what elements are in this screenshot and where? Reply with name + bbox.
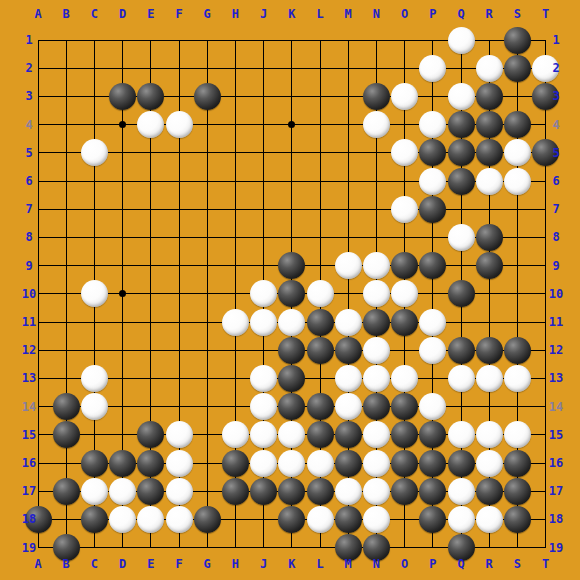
- stone-white-C14[interactable]: [81, 393, 108, 420]
- stone-black-J17[interactable]: [250, 478, 277, 505]
- stone-white-J11[interactable]: [250, 309, 277, 336]
- coordinate-label-right-15: 15: [549, 428, 563, 442]
- stone-black-O14[interactable]: [391, 393, 418, 420]
- stone-white-N9[interactable]: [363, 252, 390, 279]
- stone-black-M12[interactable]: [335, 337, 362, 364]
- coordinate-label-left-12: 12: [22, 343, 36, 357]
- stone-white-Q13[interactable]: [448, 365, 475, 392]
- stone-black-L11[interactable]: [307, 309, 334, 336]
- stone-black-H17[interactable]: [222, 478, 249, 505]
- stone-white-F18[interactable]: [166, 506, 193, 533]
- stone-black-P17[interactable]: [419, 478, 446, 505]
- stone-black-R8[interactable]: [476, 224, 503, 251]
- stone-white-Q18[interactable]: [448, 506, 475, 533]
- coordinate-label-left-11: 11: [22, 315, 36, 329]
- coordinate-label-bottom-D: D: [119, 557, 126, 571]
- coordinate-label-left-16: 16: [22, 456, 36, 470]
- stone-white-O3[interactable]: [391, 83, 418, 110]
- coordinate-label-left-15: 15: [22, 428, 36, 442]
- coordinate-label-right-1: 1: [552, 33, 559, 47]
- coordinate-label-top-K: K: [288, 7, 295, 21]
- stone-white-D18[interactable]: [109, 506, 136, 533]
- stone-black-E3[interactable]: [137, 83, 164, 110]
- stone-black-P16[interactable]: [419, 450, 446, 477]
- coordinate-label-top-S: S: [514, 7, 521, 21]
- stone-black-Q5[interactable]: [448, 139, 475, 166]
- stone-black-B17[interactable]: [53, 478, 80, 505]
- stone-black-E15[interactable]: [137, 421, 164, 448]
- stone-white-P11[interactable]: [419, 309, 446, 336]
- stone-black-O15[interactable]: [391, 421, 418, 448]
- board-grid-line-vertical: [545, 40, 546, 548]
- stone-black-R9[interactable]: [476, 252, 503, 279]
- coordinate-label-bottom-E: E: [147, 557, 154, 571]
- coordinate-label-top-B: B: [63, 7, 70, 21]
- stone-black-M16[interactable]: [335, 450, 362, 477]
- coordinate-label-right-13: 13: [549, 371, 563, 385]
- stone-black-M15[interactable]: [335, 421, 362, 448]
- stone-black-R4[interactable]: [476, 111, 503, 138]
- stone-black-Q12[interactable]: [448, 337, 475, 364]
- coordinate-label-right-11: 11: [549, 315, 563, 329]
- stone-black-L14[interactable]: [307, 393, 334, 420]
- stone-white-R15[interactable]: [476, 421, 503, 448]
- coordinate-label-top-O: O: [401, 7, 408, 21]
- coordinate-label-right-5: 5: [552, 146, 559, 160]
- stone-black-M18[interactable]: [335, 506, 362, 533]
- stone-white-S6[interactable]: [504, 168, 531, 195]
- coordinate-label-top-P: P: [429, 7, 436, 21]
- coordinate-label-bottom-R: R: [486, 557, 493, 571]
- stone-white-N10[interactable]: [363, 280, 390, 307]
- coordinate-label-bottom-Q: Q: [457, 557, 464, 571]
- coordinate-label-top-N: N: [373, 7, 380, 21]
- stone-white-O10[interactable]: [391, 280, 418, 307]
- coordinate-label-right-9: 9: [552, 259, 559, 273]
- stone-white-O7[interactable]: [391, 196, 418, 223]
- stone-black-P15[interactable]: [419, 421, 446, 448]
- coordinate-label-right-17: 17: [549, 484, 563, 498]
- stone-black-Q6[interactable]: [448, 168, 475, 195]
- coordinate-label-right-7: 7: [552, 202, 559, 216]
- stone-white-H11[interactable]: [222, 309, 249, 336]
- stone-white-J15[interactable]: [250, 421, 277, 448]
- stone-white-P2[interactable]: [419, 55, 446, 82]
- stone-white-R2[interactable]: [476, 55, 503, 82]
- stone-white-N12[interactable]: [363, 337, 390, 364]
- stone-white-M11[interactable]: [335, 309, 362, 336]
- stone-white-S15[interactable]: [504, 421, 531, 448]
- stone-black-R5[interactable]: [476, 139, 503, 166]
- coordinate-label-left-19: 19: [22, 541, 36, 555]
- stone-black-K18[interactable]: [278, 506, 305, 533]
- coordinate-label-bottom-M: M: [345, 557, 352, 571]
- coordinate-label-left-8: 8: [25, 230, 32, 244]
- coordinate-label-top-D: D: [119, 7, 126, 21]
- stone-black-L17[interactable]: [307, 478, 334, 505]
- stone-white-J14[interactable]: [250, 393, 277, 420]
- stone-white-Q3[interactable]: [448, 83, 475, 110]
- coordinate-label-left-13: 13: [22, 371, 36, 385]
- coordinate-label-top-R: R: [486, 7, 493, 21]
- coordinate-label-right-3: 3: [552, 89, 559, 103]
- coordinate-label-bottom-F: F: [175, 557, 182, 571]
- coordinate-label-bottom-H: H: [232, 557, 239, 571]
- stone-black-K17[interactable]: [278, 478, 305, 505]
- stone-black-S18[interactable]: [504, 506, 531, 533]
- stone-black-L12[interactable]: [307, 337, 334, 364]
- coordinate-label-right-2: 2: [552, 61, 559, 75]
- coordinate-label-bottom-P: P: [429, 557, 436, 571]
- stone-black-P5[interactable]: [419, 139, 446, 166]
- stone-white-F17[interactable]: [166, 478, 193, 505]
- stone-white-R18[interactable]: [476, 506, 503, 533]
- stone-white-M13[interactable]: [335, 365, 362, 392]
- hoshi-K4: [288, 121, 295, 128]
- coordinate-label-right-16: 16: [549, 456, 563, 470]
- stone-black-K9[interactable]: [278, 252, 305, 279]
- coordinate-label-top-H: H: [232, 7, 239, 21]
- coordinate-label-bottom-S: S: [514, 557, 521, 571]
- stone-black-H16[interactable]: [222, 450, 249, 477]
- stone-black-S16[interactable]: [504, 450, 531, 477]
- stone-black-C16[interactable]: [81, 450, 108, 477]
- stone-black-D3[interactable]: [109, 83, 136, 110]
- stone-black-C18[interactable]: [81, 506, 108, 533]
- coordinate-label-bottom-L: L: [316, 557, 323, 571]
- stone-white-M17[interactable]: [335, 478, 362, 505]
- coordinate-label-bottom-N: N: [373, 557, 380, 571]
- coordinate-label-left-10: 10: [22, 287, 36, 301]
- coordinate-label-left-1: 1: [25, 33, 32, 47]
- stone-white-N15[interactable]: [363, 421, 390, 448]
- stone-white-Q8[interactable]: [448, 224, 475, 251]
- coordinate-label-right-8: 8: [552, 230, 559, 244]
- stone-black-S17[interactable]: [504, 478, 531, 505]
- stone-white-C5[interactable]: [81, 139, 108, 166]
- stone-black-N3[interactable]: [363, 83, 390, 110]
- stone-black-G3[interactable]: [194, 83, 221, 110]
- stone-white-C13[interactable]: [81, 365, 108, 392]
- stone-black-P18[interactable]: [419, 506, 446, 533]
- coordinate-label-top-J: J: [260, 7, 267, 21]
- stone-white-F15[interactable]: [166, 421, 193, 448]
- stone-white-E4[interactable]: [137, 111, 164, 138]
- stone-black-P9[interactable]: [419, 252, 446, 279]
- stone-white-P12[interactable]: [419, 337, 446, 364]
- stone-black-D16[interactable]: [109, 450, 136, 477]
- stone-black-K10[interactable]: [278, 280, 305, 307]
- stone-white-L10[interactable]: [307, 280, 334, 307]
- stone-white-Q1[interactable]: [448, 27, 475, 54]
- coordinate-label-top-Q: Q: [457, 7, 464, 21]
- stone-black-Q4[interactable]: [448, 111, 475, 138]
- stone-black-P7[interactable]: [419, 196, 446, 223]
- stone-black-K14[interactable]: [278, 393, 305, 420]
- go-board: AABBCCDDEEFFGGHHJJKKLLMMNNOOPPQQRRSSTT11…: [0, 0, 580, 580]
- coordinate-label-top-G: G: [204, 7, 211, 21]
- stone-white-M14[interactable]: [335, 393, 362, 420]
- stone-white-E18[interactable]: [137, 506, 164, 533]
- stone-black-R17[interactable]: [476, 478, 503, 505]
- stone-white-L18[interactable]: [307, 506, 334, 533]
- hoshi-D4: [119, 121, 126, 128]
- coordinate-label-right-4: 4: [552, 118, 559, 132]
- coordinate-label-left-18: 18: [22, 512, 36, 526]
- coordinate-label-bottom-C: C: [91, 557, 98, 571]
- stone-white-F16[interactable]: [166, 450, 193, 477]
- stone-white-D17[interactable]: [109, 478, 136, 505]
- coordinate-label-right-12: 12: [549, 343, 563, 357]
- stone-white-N16[interactable]: [363, 450, 390, 477]
- stone-black-S4[interactable]: [504, 111, 531, 138]
- stone-black-E17[interactable]: [137, 478, 164, 505]
- coordinate-label-right-14: 14: [549, 400, 563, 414]
- coordinate-label-right-19: 19: [549, 541, 563, 555]
- stone-white-N17[interactable]: [363, 478, 390, 505]
- stone-white-N18[interactable]: [363, 506, 390, 533]
- stone-white-C10[interactable]: [81, 280, 108, 307]
- coordinate-label-right-10: 10: [549, 287, 563, 301]
- stone-black-S12[interactable]: [504, 337, 531, 364]
- stone-black-R3[interactable]: [476, 83, 503, 110]
- coordinate-label-left-3: 3: [25, 89, 32, 103]
- coordinate-label-bottom-A: A: [34, 557, 41, 571]
- stone-white-R13[interactable]: [476, 365, 503, 392]
- stone-white-J10[interactable]: [250, 280, 277, 307]
- stone-white-R6[interactable]: [476, 168, 503, 195]
- stone-black-Q16[interactable]: [448, 450, 475, 477]
- coordinate-label-right-6: 6: [552, 174, 559, 188]
- stone-white-Q17[interactable]: [448, 478, 475, 505]
- stone-white-N4[interactable]: [363, 111, 390, 138]
- coordinate-label-top-E: E: [147, 7, 154, 21]
- coordinate-label-left-9: 9: [25, 259, 32, 273]
- stone-black-S1[interactable]: [504, 27, 531, 54]
- stone-black-E16[interactable]: [137, 450, 164, 477]
- stone-white-O5[interactable]: [391, 139, 418, 166]
- stone-black-O9[interactable]: [391, 252, 418, 279]
- coordinate-label-top-L: L: [316, 7, 323, 21]
- stone-white-N13[interactable]: [363, 365, 390, 392]
- coordinate-label-top-A: A: [34, 7, 41, 21]
- coordinate-label-bottom-B: B: [63, 557, 70, 571]
- stone-white-K11[interactable]: [278, 309, 305, 336]
- coordinate-label-bottom-T: T: [542, 557, 549, 571]
- coordinate-label-left-17: 17: [22, 484, 36, 498]
- stone-white-K16[interactable]: [278, 450, 305, 477]
- stone-black-O16[interactable]: [391, 450, 418, 477]
- coordinate-label-top-F: F: [175, 7, 182, 21]
- stone-white-F4[interactable]: [166, 111, 193, 138]
- stone-white-J13[interactable]: [250, 365, 277, 392]
- stone-white-S5[interactable]: [504, 139, 531, 166]
- coordinate-label-left-7: 7: [25, 202, 32, 216]
- stone-white-Q15[interactable]: [448, 421, 475, 448]
- coordinate-label-top-M: M: [345, 7, 352, 21]
- coordinate-label-left-2: 2: [25, 61, 32, 75]
- coordinate-label-bottom-J: J: [260, 557, 267, 571]
- stone-white-P4[interactable]: [419, 111, 446, 138]
- coordinate-label-left-5: 5: [25, 146, 32, 160]
- stone-black-S2[interactable]: [504, 55, 531, 82]
- hoshi-D10: [119, 290, 126, 297]
- stone-white-L16[interactable]: [307, 450, 334, 477]
- stone-white-K15[interactable]: [278, 421, 305, 448]
- stone-black-K13[interactable]: [278, 365, 305, 392]
- coordinate-label-left-4: 4: [25, 118, 32, 132]
- stone-black-L15[interactable]: [307, 421, 334, 448]
- coordinate-label-left-6: 6: [25, 174, 32, 188]
- stone-black-N11[interactable]: [363, 309, 390, 336]
- stone-black-N14[interactable]: [363, 393, 390, 420]
- stone-white-H15[interactable]: [222, 421, 249, 448]
- coordinate-label-bottom-O: O: [401, 557, 408, 571]
- coordinate-label-top-T: T: [542, 7, 549, 21]
- stone-white-R16[interactable]: [476, 450, 503, 477]
- stone-black-R12[interactable]: [476, 337, 503, 364]
- stone-white-M9[interactable]: [335, 252, 362, 279]
- stone-white-S13[interactable]: [504, 365, 531, 392]
- coordinate-label-right-18: 18: [549, 512, 563, 526]
- stone-black-Q10[interactable]: [448, 280, 475, 307]
- stone-black-B14[interactable]: [53, 393, 80, 420]
- stone-white-J16[interactable]: [250, 450, 277, 477]
- stone-black-G18[interactable]: [194, 506, 221, 533]
- stone-white-P6[interactable]: [419, 168, 446, 195]
- stone-black-B15[interactable]: [53, 421, 80, 448]
- stone-white-C17[interactable]: [81, 478, 108, 505]
- stone-white-O13[interactable]: [391, 365, 418, 392]
- coordinate-label-top-C: C: [91, 7, 98, 21]
- stone-white-P14[interactable]: [419, 393, 446, 420]
- stone-black-O17[interactable]: [391, 478, 418, 505]
- stone-black-O11[interactable]: [391, 309, 418, 336]
- coordinate-label-bottom-K: K: [288, 557, 295, 571]
- stone-black-K12[interactable]: [278, 337, 305, 364]
- coordinate-label-left-14: 14: [22, 400, 36, 414]
- coordinate-label-bottom-G: G: [204, 557, 211, 571]
